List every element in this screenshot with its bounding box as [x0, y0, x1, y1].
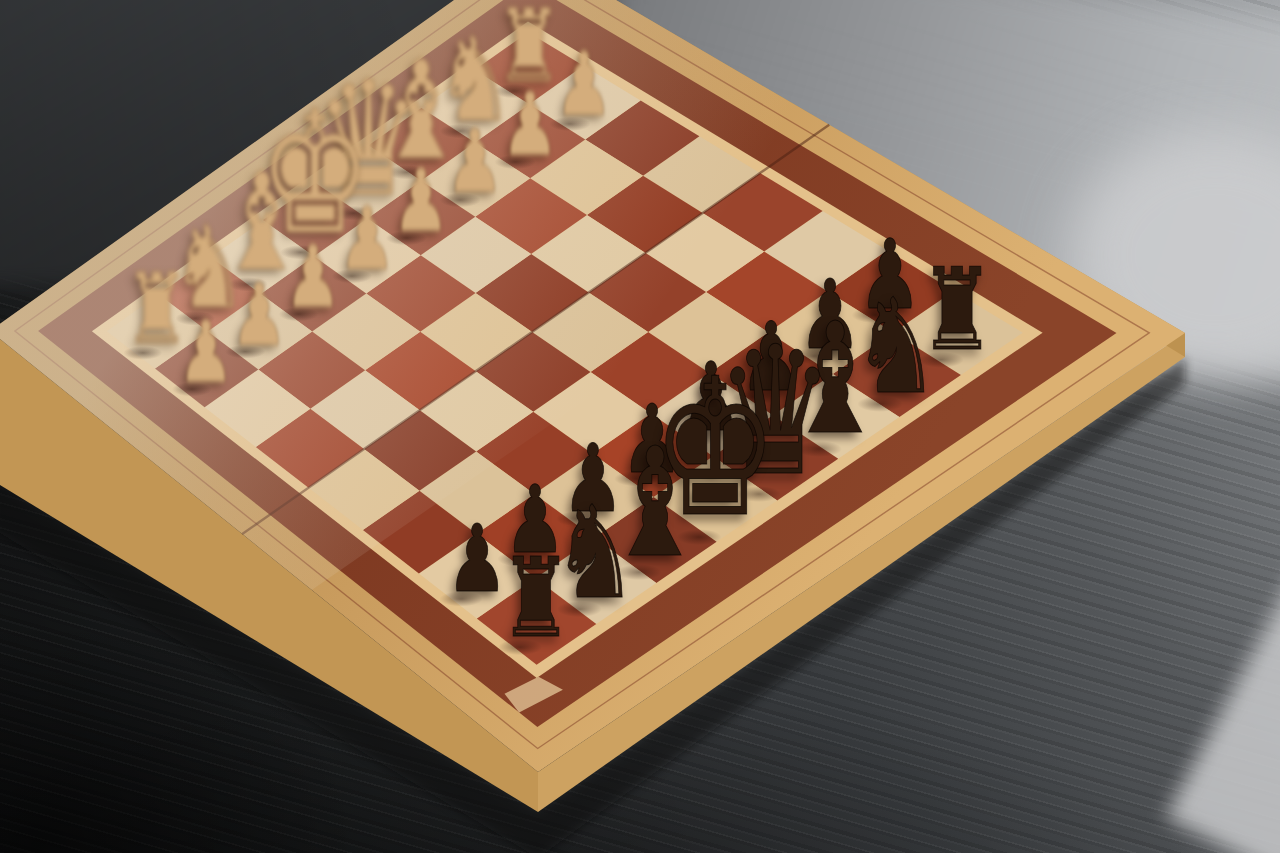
piece-white-knight-g1: ♞ — [171, 210, 247, 324]
piece-contact-shadow-g1 — [168, 309, 223, 328]
square-f1 — [211, 220, 314, 294]
piece-black-pawn-a7: ♟ — [858, 226, 922, 322]
square-c5 — [589, 253, 706, 332]
piece-white-pawn-g2: ♟ — [231, 272, 288, 358]
piece-contact-shadow-b8 — [849, 393, 912, 415]
piece-white-pawn-a2: ♟ — [555, 42, 614, 131]
chess-pieces-layer: ♜♞♝♛♚♝♞♜♟♟♟♟♟♟♟♟♟♟♟♟♟♟♟♟♜♞♝♛♚♝♞♜ — [0, 0, 1280, 853]
piece-contact-shadow-d7 — [665, 427, 726, 449]
square-e5 — [476, 332, 591, 412]
square-a2 — [529, 66, 641, 140]
square-b3 — [530, 139, 643, 215]
square-c8 — [773, 374, 900, 459]
square-e8 — [654, 456, 778, 542]
square-a4 — [643, 136, 760, 213]
square-h6 — [363, 491, 477, 574]
table-surface — [0, 0, 1280, 853]
square-h8 — [477, 578, 597, 665]
square-f6 — [476, 412, 592, 494]
piece-white-knight-b1: ♞ — [436, 21, 514, 138]
square-a7 — [828, 250, 954, 332]
vignette-overlay — [0, 0, 1280, 853]
piece-contact-shadow-h1 — [115, 343, 169, 362]
square-d1 — [316, 146, 421, 219]
square-b8 — [833, 333, 961, 418]
piece-black-queen-d8: ♛ — [716, 324, 834, 502]
piece-contact-shadow-b7 — [783, 346, 845, 368]
background-shadow-top-left — [0, 0, 636, 286]
square-e3 — [366, 255, 475, 332]
piece-contact-shadow-d1 — [326, 203, 381, 223]
square-g5 — [364, 410, 476, 491]
square-h4 — [256, 409, 364, 488]
square-g3 — [258, 332, 365, 409]
piece-black-pawn-h7: ♟ — [446, 513, 508, 606]
piece-contact-shadow-f2 — [271, 304, 327, 324]
piece-contact-shadow-c8 — [788, 438, 850, 460]
piece-contact-shadow-e8 — [668, 526, 730, 548]
square-d5 — [532, 293, 648, 373]
piece-white-queen-d1: ♛ — [315, 61, 420, 220]
board-border — [38, 0, 1116, 727]
piece-contact-shadow-f8 — [608, 561, 670, 583]
piece-white-rook-h1: ♜ — [124, 262, 189, 360]
piece-contact-shadow-c7 — [724, 387, 785, 409]
piece-contact-shadow-h2 — [164, 380, 219, 400]
square-h2 — [155, 331, 258, 407]
board-side-left — [0, 331, 538, 812]
square-g4 — [310, 370, 420, 449]
square-c6 — [648, 292, 768, 373]
piece-contact-shadow-e2 — [324, 267, 380, 287]
square-g1 — [159, 257, 261, 331]
square-d4 — [476, 254, 589, 332]
square-a1 — [475, 32, 584, 104]
square-e4 — [420, 293, 532, 371]
square-a5 — [703, 173, 823, 252]
piece-black-rook-a8: ♜ — [920, 254, 995, 367]
piece-black-knight-b8: ♞ — [853, 280, 940, 411]
square-b2 — [475, 104, 585, 178]
square-a6 — [764, 211, 887, 291]
square-c3 — [475, 178, 587, 254]
floor-corner-patch — [1166, 534, 1280, 853]
piece-black-pawn-e7: ♟ — [621, 391, 684, 485]
square-a3 — [585, 101, 699, 176]
square-b7 — [768, 291, 893, 374]
square-g8 — [535, 538, 656, 624]
piece-contact-shadow-b2 — [486, 152, 543, 172]
piece-white-pawn-c2: ♟ — [446, 119, 504, 207]
square-b4 — [587, 176, 703, 253]
square-f4 — [365, 332, 476, 411]
photo-scene: ♜♞♝♛♚♝♞♜♟♟♟♟♟♟♟♟♟♟♟♟♟♟♟♟♜♞♝♛♚♝♞♜ — [0, 0, 1280, 853]
piece-black-bishop-f8: ♝ — [605, 428, 705, 579]
piece-contact-shadow-d8 — [728, 483, 790, 505]
square-b1 — [421, 70, 529, 143]
piece-contact-shadow-f7 — [547, 508, 608, 529]
square-h3 — [205, 369, 311, 447]
piece-white-pawn-d2: ♟ — [392, 158, 450, 245]
square-d7 — [651, 373, 773, 456]
square-c7 — [709, 332, 832, 415]
square-c4 — [531, 215, 645, 293]
piece-contact-shadow-a7 — [843, 304, 905, 326]
far-haze — [0, 0, 913, 590]
piece-black-rook-h8: ♜ — [500, 545, 573, 655]
piece-contact-shadow-h7 — [431, 588, 491, 609]
piece-white-pawn-f2: ♟ — [284, 234, 341, 321]
piece-contact-shadow-c2 — [432, 190, 489, 210]
piece-white-rook-a1: ♜ — [495, 0, 562, 97]
piece-white-pawn-b2: ♟ — [500, 81, 559, 169]
piece-contact-shadow-a8 — [909, 349, 972, 371]
square-d2 — [367, 181, 475, 256]
board-side-far-right — [527, 0, 1185, 357]
piece-black-king-e8: ♚ — [652, 354, 778, 544]
square-g6 — [419, 451, 534, 533]
square-f8 — [594, 497, 716, 583]
piece-black-pawn-g7: ♟ — [504, 473, 566, 566]
square-h1 — [107, 294, 208, 368]
square-c2 — [421, 143, 530, 217]
piece-contact-shadow-f1 — [220, 275, 275, 294]
square-f5 — [420, 371, 533, 451]
square-f7 — [534, 454, 653, 538]
piece-black-pawn-f7: ♟ — [562, 432, 624, 526]
square-e2 — [314, 219, 421, 294]
square-c1 — [368, 108, 475, 181]
square-e1 — [263, 183, 367, 256]
board-inner-line — [92, 22, 1043, 679]
piece-black-pawn-c7: ♟ — [739, 309, 802, 404]
scratch-mark — [505, 677, 563, 713]
square-d8 — [713, 415, 838, 500]
piece-contact-shadow-g2 — [217, 342, 273, 362]
piece-white-bishop-c1: ♝ — [376, 42, 467, 178]
piece-white-pawn-h2: ♟ — [178, 310, 235, 396]
piece-contact-shadow-a2 — [541, 114, 598, 134]
square-b6 — [706, 252, 828, 333]
piece-white-bishop-f1: ♝ — [217, 156, 306, 291]
background-wall-blur — [565, 0, 1280, 387]
piece-contact-shadow-g7 — [489, 548, 549, 569]
piece-white-king-e1: ♚ — [259, 89, 371, 259]
piece-contact-shadow-c1 — [379, 162, 435, 182]
square-e6 — [533, 372, 651, 454]
piece-contact-shadow-d2 — [378, 229, 434, 249]
frame-groove-line — [15, 0, 1149, 749]
chess-board — [0, 0, 1280, 853]
piece-black-pawn-d7: ♟ — [680, 350, 743, 445]
square-g7 — [477, 494, 595, 578]
piece-contact-shadow-e1 — [273, 242, 328, 261]
piece-contact-shadow-g8 — [549, 599, 610, 621]
square-h5 — [309, 449, 420, 530]
square-d6 — [591, 332, 710, 413]
piece-black-pawn-b7: ♟ — [798, 268, 862, 364]
piece-black-knight-g8: ♞ — [553, 489, 638, 617]
piece-contact-shadow-h8 — [490, 636, 551, 658]
piece-contact-shadow-b1 — [432, 121, 488, 141]
board-cast-shadow — [0, 357, 1185, 853]
piece-contact-shadow-e7 — [606, 468, 667, 489]
fold-seam — [242, 125, 829, 534]
background-highlight-blur — [1070, 130, 1280, 380]
square-g2 — [208, 294, 312, 370]
square-f3 — [312, 294, 420, 371]
board-side-right — [538, 333, 1185, 812]
square-a8 — [893, 291, 1023, 375]
piece-contact-shadow-a1 — [486, 81, 542, 101]
square-e7 — [592, 414, 713, 498]
square-b5 — [646, 213, 765, 292]
piece-white-pawn-e2: ♟ — [338, 196, 396, 283]
piece-black-bishop-c8: ♝ — [785, 303, 887, 456]
square-d3 — [421, 217, 531, 293]
square-f2 — [261, 256, 367, 331]
board-frame — [0, 0, 1185, 772]
square-h7 — [419, 534, 536, 619]
